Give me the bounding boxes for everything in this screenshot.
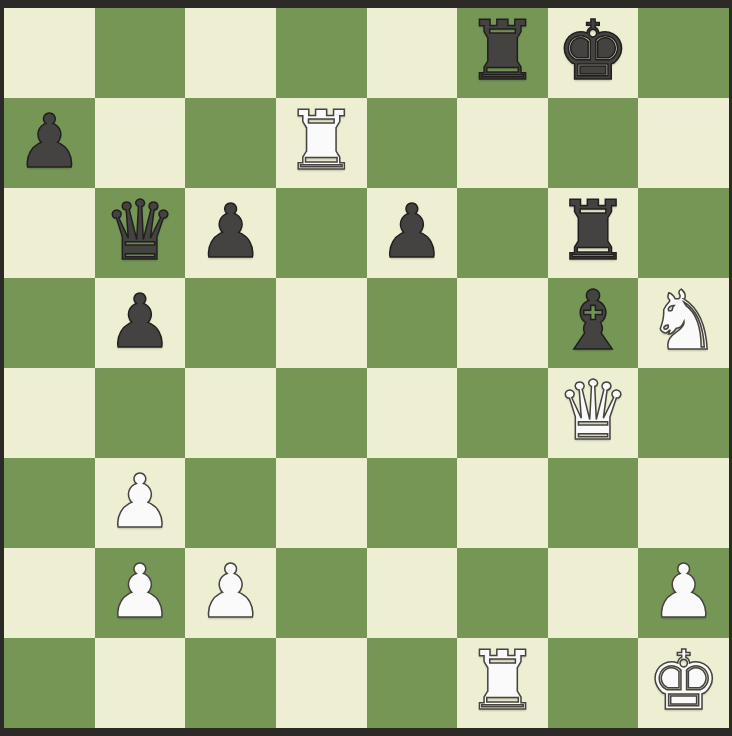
square-g6[interactable]: ♜ bbox=[548, 188, 639, 278]
square-c5[interactable] bbox=[185, 278, 276, 368]
chess-board: ♜♚♟♜♛♟♟♜♟♝♞♛♟♟♟♟♜♚ bbox=[4, 8, 729, 728]
square-g4[interactable]: ♛ bbox=[548, 368, 639, 458]
piece-white-rook[interactable]: ♜ bbox=[466, 638, 540, 726]
piece-black-bishop[interactable]: ♝ bbox=[556, 278, 630, 366]
square-c1[interactable] bbox=[185, 638, 276, 728]
square-d3[interactable] bbox=[276, 458, 367, 548]
square-e1[interactable] bbox=[367, 638, 458, 728]
piece-white-pawn[interactable]: ♟ bbox=[197, 548, 263, 636]
square-c4[interactable] bbox=[185, 368, 276, 458]
square-c7[interactable] bbox=[185, 98, 276, 188]
square-a5[interactable] bbox=[4, 278, 95, 368]
square-h8[interactable] bbox=[638, 8, 729, 98]
square-b2[interactable]: ♟ bbox=[95, 548, 186, 638]
square-b8[interactable] bbox=[95, 8, 186, 98]
square-b6[interactable]: ♛ bbox=[95, 188, 186, 278]
square-d5[interactable] bbox=[276, 278, 367, 368]
square-f7[interactable] bbox=[457, 98, 548, 188]
square-a6[interactable] bbox=[4, 188, 95, 278]
piece-white-king[interactable]: ♚ bbox=[647, 638, 721, 726]
square-d1[interactable] bbox=[276, 638, 367, 728]
square-a4[interactable] bbox=[4, 368, 95, 458]
square-f2[interactable] bbox=[457, 548, 548, 638]
piece-black-king[interactable]: ♚ bbox=[556, 8, 630, 96]
piece-white-knight[interactable]: ♞ bbox=[647, 278, 721, 366]
square-c6[interactable]: ♟ bbox=[185, 188, 276, 278]
square-f4[interactable] bbox=[457, 368, 548, 458]
square-f1[interactable]: ♜ bbox=[457, 638, 548, 728]
piece-black-pawn[interactable]: ♟ bbox=[379, 188, 445, 276]
square-g2[interactable] bbox=[548, 548, 639, 638]
piece-black-pawn[interactable]: ♟ bbox=[16, 98, 82, 186]
piece-white-pawn[interactable]: ♟ bbox=[107, 458, 173, 546]
square-e2[interactable] bbox=[367, 548, 458, 638]
piece-black-rook[interactable]: ♜ bbox=[556, 188, 630, 276]
square-c3[interactable] bbox=[185, 458, 276, 548]
square-f5[interactable] bbox=[457, 278, 548, 368]
square-d8[interactable] bbox=[276, 8, 367, 98]
square-b4[interactable] bbox=[95, 368, 186, 458]
square-g5[interactable]: ♝ bbox=[548, 278, 639, 368]
square-d4[interactable] bbox=[276, 368, 367, 458]
square-e8[interactable] bbox=[367, 8, 458, 98]
square-b3[interactable]: ♟ bbox=[95, 458, 186, 548]
square-h4[interactable] bbox=[638, 368, 729, 458]
square-e3[interactable] bbox=[367, 458, 458, 548]
square-g3[interactable] bbox=[548, 458, 639, 548]
board-frame: ♜♚♟♜♛♟♟♜♟♝♞♛♟♟♟♟♜♚ bbox=[0, 0, 732, 736]
square-c2[interactable]: ♟ bbox=[185, 548, 276, 638]
piece-white-rook[interactable]: ♜ bbox=[284, 98, 358, 186]
piece-black-pawn[interactable]: ♟ bbox=[107, 278, 173, 366]
square-f8[interactable]: ♜ bbox=[457, 8, 548, 98]
square-e5[interactable] bbox=[367, 278, 458, 368]
square-f6[interactable] bbox=[457, 188, 548, 278]
square-g1[interactable] bbox=[548, 638, 639, 728]
square-a7[interactable]: ♟ bbox=[4, 98, 95, 188]
square-d2[interactable] bbox=[276, 548, 367, 638]
square-g7[interactable] bbox=[548, 98, 639, 188]
square-a8[interactable] bbox=[4, 8, 95, 98]
square-h7[interactable] bbox=[638, 98, 729, 188]
square-a2[interactable] bbox=[4, 548, 95, 638]
square-b7[interactable] bbox=[95, 98, 186, 188]
square-c8[interactable] bbox=[185, 8, 276, 98]
piece-white-queen[interactable]: ♛ bbox=[556, 368, 630, 456]
piece-white-pawn[interactable]: ♟ bbox=[651, 548, 717, 636]
square-g8[interactable]: ♚ bbox=[548, 8, 639, 98]
piece-black-pawn[interactable]: ♟ bbox=[197, 188, 263, 276]
square-d7[interactable]: ♜ bbox=[276, 98, 367, 188]
square-f3[interactable] bbox=[457, 458, 548, 548]
square-h5[interactable]: ♞ bbox=[638, 278, 729, 368]
square-a1[interactable] bbox=[4, 638, 95, 728]
square-e4[interactable] bbox=[367, 368, 458, 458]
square-e7[interactable] bbox=[367, 98, 458, 188]
piece-white-pawn[interactable]: ♟ bbox=[107, 548, 173, 636]
square-h1[interactable]: ♚ bbox=[638, 638, 729, 728]
square-h2[interactable]: ♟ bbox=[638, 548, 729, 638]
square-b1[interactable] bbox=[95, 638, 186, 728]
square-d6[interactable] bbox=[276, 188, 367, 278]
square-h6[interactable] bbox=[638, 188, 729, 278]
square-b5[interactable]: ♟ bbox=[95, 278, 186, 368]
piece-black-rook[interactable]: ♜ bbox=[466, 8, 540, 96]
piece-black-queen[interactable]: ♛ bbox=[103, 188, 177, 276]
square-h3[interactable] bbox=[638, 458, 729, 548]
square-e6[interactable]: ♟ bbox=[367, 188, 458, 278]
square-a3[interactable] bbox=[4, 458, 95, 548]
